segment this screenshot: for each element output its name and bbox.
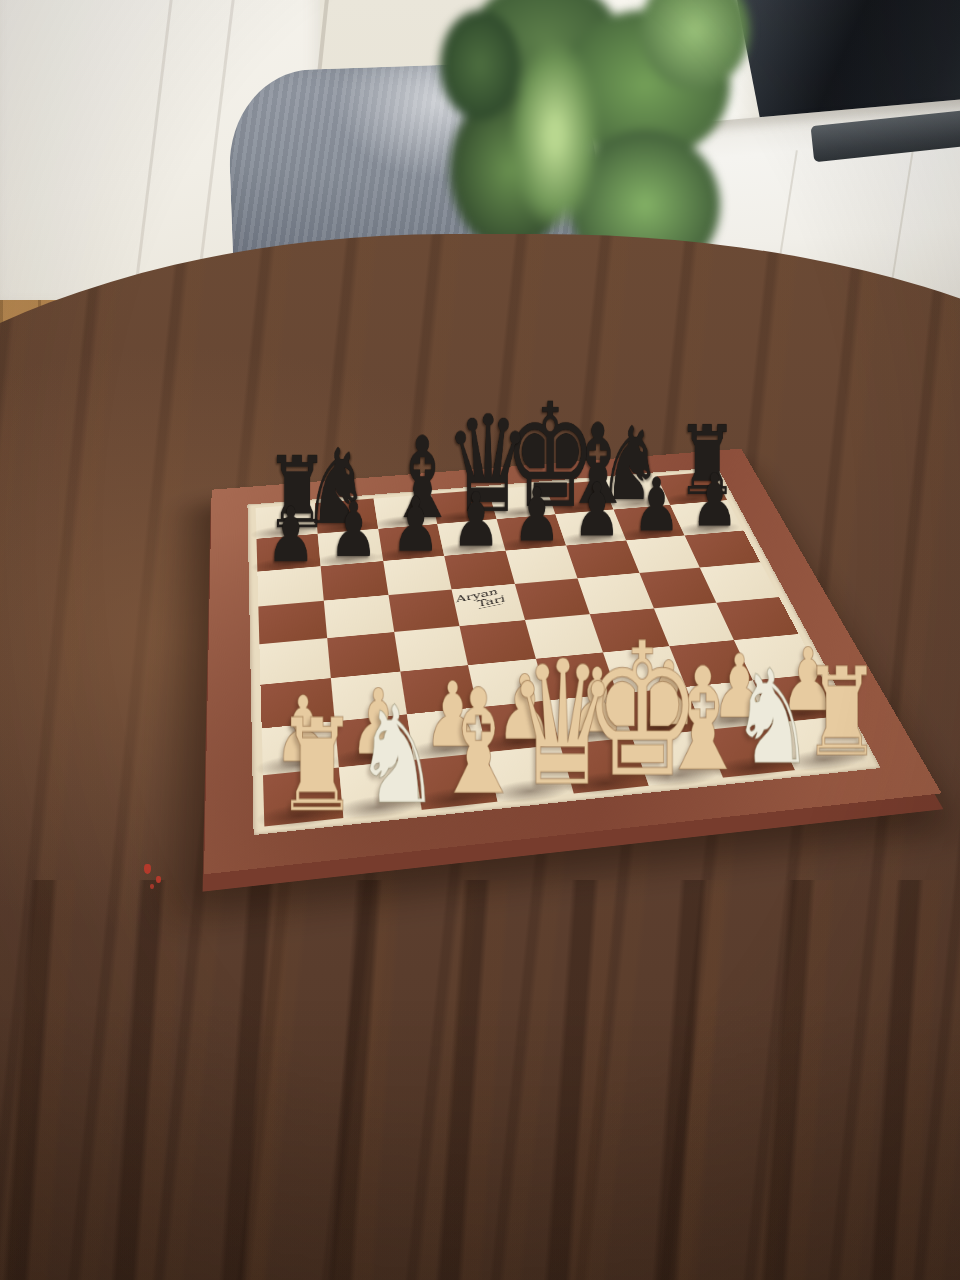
piece-white-rook-a1[interactable]: ♜ [276,715,332,818]
piece-black-pawn-c7[interactable]: ♟ [391,495,435,555]
piece-black-pawn-b7[interactable]: ♟ [329,500,374,560]
square-e6[interactable] [505,545,577,584]
piece-black-pawn-d7[interactable]: ♟ [452,490,496,550]
board-grid: ♜♞♝♛♚♝♞♜♟♟♟♟♟♟♟♟AryanTari♟♟♟♟♟♟♟♟♜♞♝♛♚♝♞… [256,472,868,827]
square-c6[interactable] [383,556,452,596]
photo-scene: ♜♞♝♛♚♝♞♜♟♟♟♟♟♟♟♟AryanTari♟♟♟♟♟♟♟♟♜♞♝♛♚♝♞… [0,0,960,1280]
square-a6[interactable] [257,566,323,606]
board-frame-line: ♜♞♝♛♚♝♞♜♟♟♟♟♟♟♟♟AryanTari♟♟♟♟♟♟♟♟♜♞♝♛♚♝♞… [247,467,880,835]
piece-black-pawn-f7[interactable]: ♟ [573,481,617,540]
red-paint-drip [156,876,161,883]
square-b7[interactable]: ♟ [317,529,382,566]
square-a1[interactable]: ♜ [263,768,343,827]
piece-white-knight-b1[interactable]: ♞ [354,702,410,810]
board-scene: ♜♞♝♛♚♝♞♜♟♟♟♟♟♟♟♟AryanTari♟♟♟♟♟♟♟♟♜♞♝♛♚♝♞… [0,0,960,1280]
square-c5[interactable] [388,590,460,632]
square-d7[interactable]: ♟ [438,519,506,556]
chess-board: ♜♞♝♛♚♝♞♜♟♟♟♟♟♟♟♟AryanTari♟♟♟♟♟♟♟♟♜♞♝♛♚♝♞… [204,449,942,875]
square-b5[interactable] [324,595,394,638]
square-d6[interactable] [444,550,514,589]
red-paint-drip [144,864,151,874]
square-g7[interactable]: ♟ [613,505,685,540]
square-a5[interactable] [258,601,327,644]
piece-black-pawn-e7[interactable]: ♟ [513,486,557,545]
red-paint-drip [150,884,154,889]
square-f7[interactable]: ♟ [555,509,625,545]
square-e5[interactable] [515,579,590,620]
square-h5[interactable] [700,562,779,602]
square-h7[interactable]: ♟ [670,500,743,535]
piece-black-pawn-a7[interactable]: ♟ [266,505,311,566]
square-h6[interactable] [685,530,761,568]
piece-black-pawn-h7[interactable]: ♟ [691,471,734,530]
square-e7[interactable]: ♟ [497,514,566,550]
piece-black-pawn-g7[interactable]: ♟ [632,476,676,535]
square-c7[interactable]: ♟ [378,524,445,561]
square-a7[interactable]: ♟ [256,534,320,572]
square-b6[interactable] [320,561,388,601]
square-d5[interactable]: AryanTari [452,584,525,626]
